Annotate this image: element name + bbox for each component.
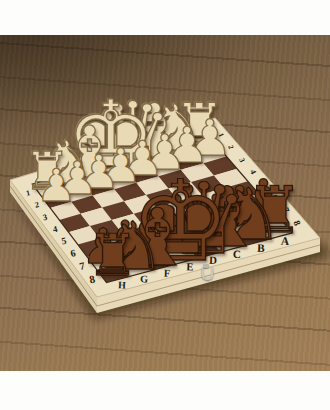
latch-icon bbox=[200, 264, 212, 282]
photo-area: 1234567812345678HGFEDCBA ♜♞♝♛♚♝♞♜♟♟♟♟♟♟♟… bbox=[0, 35, 330, 371]
product-photo: 1234567812345678HGFEDCBA ♜♞♝♛♚♝♞♜♟♟♟♟♟♟♟… bbox=[0, 0, 330, 410]
bottom-white-margin bbox=[0, 371, 330, 410]
top-white-margin bbox=[0, 0, 330, 35]
chess-board bbox=[0, 35, 330, 371]
